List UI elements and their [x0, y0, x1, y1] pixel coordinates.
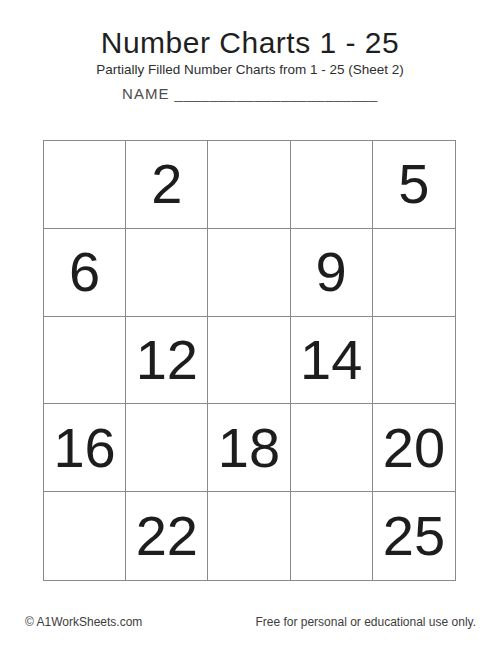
- grid-cell-r1-c1[interactable]: [44, 141, 126, 229]
- grid-cell-r4-c5: 20: [373, 404, 455, 492]
- usage-license-note: Free for personal or educational use onl…: [255, 615, 476, 629]
- name-label: NAME: [122, 85, 169, 102]
- grid-cell-r4-c1: 16: [44, 404, 126, 492]
- grid-cell-r3-c2: 12: [126, 317, 208, 405]
- worksheet-page: { "game": "number-chart-worksheet", "pos…: [0, 0, 500, 647]
- grid-cell-r1-c2: 2: [126, 141, 208, 229]
- number-chart-grid: 2 5 6 9 12 14 16 18 20 22 25: [43, 140, 456, 581]
- grid-cell-r3-c1[interactable]: [44, 317, 126, 405]
- grid-cell-r1-c5: 5: [373, 141, 455, 229]
- grid-cell-r3-c3[interactable]: [208, 317, 290, 405]
- page-title: Number Charts 1 - 25: [0, 26, 500, 60]
- grid-cell-r4-c2[interactable]: [126, 404, 208, 492]
- grid-cell-r1-c3[interactable]: [208, 141, 290, 229]
- grid-cell-r5-c1[interactable]: [44, 492, 126, 580]
- page-subtitle: Partially Filled Number Charts from 1 - …: [0, 62, 500, 77]
- name-fill-line[interactable]: _______________________: [175, 85, 378, 102]
- copyright-credit: © A1WorkSheets.com: [25, 615, 142, 629]
- grid-cell-r4-c4[interactable]: [291, 404, 373, 492]
- grid-cell-r2-c3[interactable]: [208, 229, 290, 317]
- grid-cell-r3-c5[interactable]: [373, 317, 455, 405]
- grid-cell-r3-c4: 14: [291, 317, 373, 405]
- grid-cell-r2-c5[interactable]: [373, 229, 455, 317]
- grid-cell-r5-c4[interactable]: [291, 492, 373, 580]
- grid-cell-r2-c4: 9: [291, 229, 373, 317]
- grid-cell-r4-c3: 18: [208, 404, 290, 492]
- grid-cell-r5-c2: 22: [126, 492, 208, 580]
- grid-cell-r1-c4[interactable]: [291, 141, 373, 229]
- grid-cell-r2-c2[interactable]: [126, 229, 208, 317]
- grid-cell-r5-c3[interactable]: [208, 492, 290, 580]
- grid-cell-r2-c1: 6: [44, 229, 126, 317]
- name-row: NAME _______________________: [0, 85, 500, 102]
- grid-cell-r5-c5: 25: [373, 492, 455, 580]
